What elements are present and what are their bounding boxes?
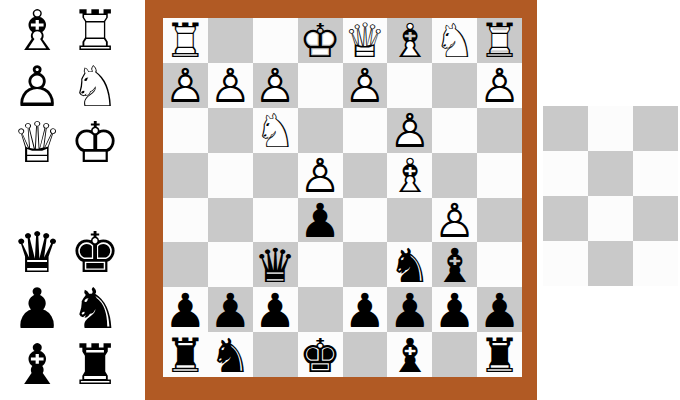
square-c3[interactable]: ♟♙ xyxy=(387,108,432,153)
square-c4[interactable]: ♝♗ xyxy=(387,153,432,198)
piece-white-knight: ♞♘ xyxy=(432,18,477,63)
square-g3[interactable] xyxy=(208,108,253,153)
square-a3[interactable] xyxy=(477,108,522,153)
piece-white-bishop: ♝♗ xyxy=(387,153,432,198)
square-b8[interactable] xyxy=(432,332,477,377)
piece-black-knight: ♞ xyxy=(387,242,432,287)
piece-black-knight: ♞ xyxy=(66,281,124,337)
mini-square xyxy=(588,106,633,151)
mini-square xyxy=(588,241,633,286)
palette-piece-white-knight[interactable]: ♞♘ xyxy=(66,59,124,115)
palette-piece-white-bishop[interactable]: ♝♗ xyxy=(8,3,66,59)
square-g7[interactable]: ♟ xyxy=(208,287,253,332)
palette-piece-white-rook[interactable]: ♜♖ xyxy=(66,3,124,59)
piece-white-knight: ♞♘ xyxy=(66,59,124,115)
square-b6[interactable]: ♝ xyxy=(432,242,477,287)
palette-piece-black-bishop[interactable]: ♝ xyxy=(8,337,66,393)
square-e8[interactable]: ♚ xyxy=(298,332,343,377)
mini-square xyxy=(588,151,633,196)
square-d8[interactable] xyxy=(343,332,388,377)
mini-square xyxy=(633,241,678,286)
mini-square xyxy=(543,196,588,241)
palette-piece-black-king[interactable]: ♚ xyxy=(66,225,124,281)
square-e5[interactable]: ♟ xyxy=(298,198,343,243)
piece-black-bishop: ♝ xyxy=(387,332,432,377)
square-c5[interactable] xyxy=(387,198,432,243)
palette-piece-black-knight[interactable]: ♞ xyxy=(66,281,124,337)
square-d2[interactable]: ♟♙ xyxy=(343,63,388,108)
square-h6[interactable] xyxy=(163,242,208,287)
piece-black-bishop: ♝ xyxy=(432,242,477,287)
mini-square xyxy=(588,196,633,241)
palette-black-pieces: ♛♚♟♞♝♜ xyxy=(8,225,124,393)
square-f5[interactable] xyxy=(253,198,298,243)
square-h5[interactable] xyxy=(163,198,208,243)
square-c2[interactable] xyxy=(387,63,432,108)
square-c7[interactable]: ♟ xyxy=(387,287,432,332)
piece-black-queen: ♛ xyxy=(253,242,298,287)
square-a8[interactable]: ♜ xyxy=(477,332,522,377)
square-h8[interactable]: ♜ xyxy=(163,332,208,377)
square-b7[interactable]: ♟ xyxy=(432,287,477,332)
piece-black-king: ♚ xyxy=(298,332,343,377)
piece-palette: ♝♗♜♖♟♙♞♘♛♕♚♔ ♛♚♟♞♝♜ xyxy=(8,3,126,397)
mini-board-fragment xyxy=(543,106,678,286)
square-d5[interactable] xyxy=(343,198,388,243)
square-b5[interactable]: ♟♙ xyxy=(432,198,477,243)
palette-piece-black-rook[interactable]: ♜ xyxy=(66,337,124,393)
square-a2[interactable]: ♟♙ xyxy=(477,63,522,108)
square-f7[interactable]: ♟ xyxy=(253,287,298,332)
square-g4[interactable] xyxy=(208,153,253,198)
square-b2[interactable] xyxy=(432,63,477,108)
piece-white-pawn: ♟♙ xyxy=(253,63,298,108)
palette-piece-black-pawn[interactable]: ♟ xyxy=(8,281,66,337)
piece-white-pawn: ♟♙ xyxy=(387,108,432,153)
mini-square xyxy=(543,151,588,196)
square-e1[interactable]: ♚♔ xyxy=(298,18,343,63)
square-f3[interactable]: ♞♘ xyxy=(253,108,298,153)
piece-black-rook: ♜ xyxy=(66,337,124,393)
piece-white-king: ♚♔ xyxy=(66,115,124,171)
square-a4[interactable] xyxy=(477,153,522,198)
square-d3[interactable] xyxy=(343,108,388,153)
square-g8[interactable]: ♞ xyxy=(208,332,253,377)
piece-white-pawn: ♟♙ xyxy=(477,63,522,108)
square-h1[interactable]: ♜♖ xyxy=(163,18,208,63)
palette-white-pieces: ♝♗♜♖♟♙♞♘♛♕♚♔ xyxy=(8,3,124,171)
piece-white-pawn: ♟♙ xyxy=(208,63,253,108)
piece-black-rook: ♜ xyxy=(163,332,208,377)
square-a5[interactable] xyxy=(477,198,522,243)
mini-square xyxy=(633,196,678,241)
square-h7[interactable]: ♟ xyxy=(163,287,208,332)
piece-white-pawn: ♟♙ xyxy=(8,59,66,115)
piece-white-knight: ♞♘ xyxy=(253,108,298,153)
square-e6[interactable] xyxy=(298,242,343,287)
square-d1[interactable]: ♛♕ xyxy=(343,18,388,63)
square-f1[interactable] xyxy=(253,18,298,63)
piece-white-bishop: ♝♗ xyxy=(387,18,432,63)
piece-white-king: ♚♔ xyxy=(298,18,343,63)
square-a6[interactable] xyxy=(477,242,522,287)
square-g2[interactable]: ♟♙ xyxy=(208,63,253,108)
piece-black-pawn: ♟ xyxy=(253,287,298,332)
palette-piece-white-queen[interactable]: ♛♕ xyxy=(8,115,66,171)
square-c6[interactable]: ♞ xyxy=(387,242,432,287)
piece-black-pawn: ♟ xyxy=(208,287,253,332)
mini-square xyxy=(633,151,678,196)
piece-black-pawn: ♟ xyxy=(163,287,208,332)
square-g5[interactable] xyxy=(208,198,253,243)
square-b1[interactable]: ♞♘ xyxy=(432,18,477,63)
square-c8[interactable]: ♝ xyxy=(387,332,432,377)
square-h4[interactable] xyxy=(163,153,208,198)
square-h3[interactable] xyxy=(163,108,208,153)
square-c1[interactable]: ♝♗ xyxy=(387,18,432,63)
square-f6[interactable]: ♛ xyxy=(253,242,298,287)
square-g6[interactable] xyxy=(208,242,253,287)
square-a7[interactable]: ♟ xyxy=(477,287,522,332)
piece-black-pawn: ♟ xyxy=(477,287,522,332)
square-e2[interactable] xyxy=(298,63,343,108)
square-d4[interactable] xyxy=(343,153,388,198)
palette-piece-white-pawn[interactable]: ♟♙ xyxy=(8,59,66,115)
piece-white-queen: ♛♕ xyxy=(343,18,388,63)
palette-piece-black-queen[interactable]: ♛ xyxy=(8,225,66,281)
piece-white-bishop: ♝♗ xyxy=(8,3,66,59)
square-f4[interactable] xyxy=(253,153,298,198)
piece-white-queen: ♛♕ xyxy=(8,115,66,171)
square-a1[interactable]: ♜♖ xyxy=(477,18,522,63)
piece-white-pawn: ♟♙ xyxy=(298,153,343,198)
piece-black-pawn: ♟ xyxy=(432,287,477,332)
board-frame: ♜♖♚♔♛♕♝♗♞♘♜♖♟♙♟♙♟♙♟♙♟♙♞♘♟♙♟♙♝♗♟♟♙♛♞♝♟♟♟♟… xyxy=(145,0,537,400)
piece-black-rook: ♜ xyxy=(477,332,522,377)
mini-square xyxy=(543,106,588,151)
piece-black-queen: ♛ xyxy=(8,225,66,281)
piece-black-king: ♚ xyxy=(66,225,124,281)
piece-black-bishop: ♝ xyxy=(8,337,66,393)
square-d7[interactable]: ♟ xyxy=(343,287,388,332)
square-e3[interactable] xyxy=(298,108,343,153)
piece-black-pawn: ♟ xyxy=(343,287,388,332)
chess-board: ♜♖♚♔♛♕♝♗♞♘♜♖♟♙♟♙♟♙♟♙♟♙♞♘♟♙♟♙♝♗♟♟♙♛♞♝♟♟♟♟… xyxy=(163,18,522,377)
square-f2[interactable]: ♟♙ xyxy=(253,63,298,108)
square-b4[interactable] xyxy=(432,153,477,198)
square-f8[interactable] xyxy=(253,332,298,377)
piece-white-rook: ♜♖ xyxy=(66,3,124,59)
piece-black-pawn: ♟ xyxy=(8,281,66,337)
piece-white-pawn: ♟♙ xyxy=(163,63,208,108)
piece-black-pawn: ♟ xyxy=(387,287,432,332)
piece-white-rook: ♜♖ xyxy=(477,18,522,63)
square-e7[interactable] xyxy=(298,287,343,332)
piece-white-rook: ♜♖ xyxy=(163,18,208,63)
mini-square xyxy=(543,241,588,286)
palette-piece-white-king[interactable]: ♚♔ xyxy=(66,115,124,171)
piece-white-pawn: ♟♙ xyxy=(343,63,388,108)
piece-white-pawn: ♟♙ xyxy=(432,198,477,243)
square-b3[interactable] xyxy=(432,108,477,153)
piece-black-knight: ♞ xyxy=(208,332,253,377)
square-d6[interactable] xyxy=(343,242,388,287)
piece-black-pawn: ♟ xyxy=(298,198,343,243)
square-g1[interactable] xyxy=(208,18,253,63)
square-h2[interactable]: ♟♙ xyxy=(163,63,208,108)
mini-square xyxy=(633,106,678,151)
square-e4[interactable]: ♟♙ xyxy=(298,153,343,198)
